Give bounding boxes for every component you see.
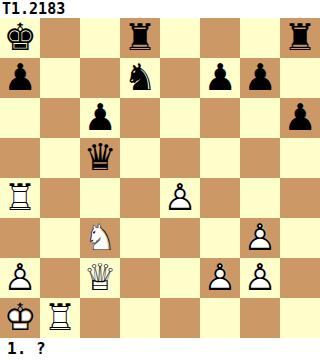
white-pawn-glyph-outline: ♙ <box>160 178 200 218</box>
square-b5[interactable] <box>40 138 80 178</box>
piece-white-pawn[interactable]: ♟♙ <box>160 178 200 218</box>
square-g2[interactable]: ♟♙ <box>240 258 280 298</box>
piece-white-knight[interactable]: ♞♘ <box>80 218 120 258</box>
square-b8[interactable] <box>40 18 80 58</box>
square-f7[interactable]: ♟ <box>200 58 240 98</box>
square-g3[interactable]: ♟♙ <box>240 218 280 258</box>
square-b1[interactable]: ♜♖ <box>40 298 80 338</box>
white-pawn-glyph-outline: ♙ <box>240 218 280 258</box>
black-king-glyph: ♚ <box>0 18 40 58</box>
square-g6[interactable] <box>240 98 280 138</box>
square-e7[interactable] <box>160 58 200 98</box>
square-b3[interactable] <box>40 218 80 258</box>
piece-black-king[interactable]: ♚ <box>0 18 40 58</box>
white-pawn-glyph-outline: ♙ <box>240 258 280 298</box>
black-pawn-glyph: ♟ <box>240 58 280 98</box>
square-h6[interactable]: ♟ <box>280 98 320 138</box>
piece-black-rook[interactable]: ♜ <box>120 18 160 58</box>
white-knight-glyph-outline: ♘ <box>80 218 120 258</box>
square-d6[interactable] <box>120 98 160 138</box>
move-prompt: 1. ? <box>0 338 320 360</box>
piece-black-pawn[interactable]: ♟ <box>240 58 280 98</box>
square-a4[interactable]: ♜♖ <box>0 178 40 218</box>
square-d7[interactable]: ♞ <box>120 58 160 98</box>
white-queen-glyph-outline: ♕ <box>80 258 120 298</box>
square-h3[interactable] <box>280 218 320 258</box>
square-d2[interactable] <box>120 258 160 298</box>
white-rook-glyph-outline: ♖ <box>40 298 80 338</box>
square-e8[interactable] <box>160 18 200 58</box>
square-a3[interactable] <box>0 218 40 258</box>
square-f5[interactable] <box>200 138 240 178</box>
square-a7[interactable]: ♟ <box>0 58 40 98</box>
white-pawn-glyph-outline: ♙ <box>200 258 240 298</box>
piece-black-queen[interactable]: ♛ <box>80 138 120 178</box>
square-h8[interactable]: ♜ <box>280 18 320 58</box>
square-c8[interactable] <box>80 18 120 58</box>
square-g1[interactable] <box>240 298 280 338</box>
square-a6[interactable] <box>0 98 40 138</box>
black-queen-glyph: ♛ <box>80 138 120 178</box>
square-c1[interactable] <box>80 298 120 338</box>
black-pawn-glyph: ♟ <box>80 98 120 138</box>
piece-black-pawn[interactable]: ♟ <box>280 98 320 138</box>
white-rook-glyph-outline: ♖ <box>0 178 40 218</box>
black-knight-glyph: ♞ <box>120 58 160 98</box>
piece-white-queen[interactable]: ♛♕ <box>80 258 120 298</box>
square-h4[interactable] <box>280 178 320 218</box>
square-h7[interactable] <box>280 58 320 98</box>
chess-diagram: T1.2183 ♚♜♜♟♞♟♟♟♟♛♜♖♟♙♞♘♟♙♟♙♛♕♟♙♟♙♚♔♜♖ 1… <box>0 0 320 360</box>
square-f2[interactable]: ♟♙ <box>200 258 240 298</box>
black-rook-glyph: ♜ <box>280 18 320 58</box>
square-g5[interactable] <box>240 138 280 178</box>
square-e4[interactable]: ♟♙ <box>160 178 200 218</box>
square-a5[interactable] <box>0 138 40 178</box>
square-c6[interactable]: ♟ <box>80 98 120 138</box>
piece-white-pawn[interactable]: ♟♙ <box>200 258 240 298</box>
square-g7[interactable]: ♟ <box>240 58 280 98</box>
piece-black-rook[interactable]: ♜ <box>280 18 320 58</box>
square-c4[interactable] <box>80 178 120 218</box>
square-h5[interactable] <box>280 138 320 178</box>
white-king-glyph-outline: ♔ <box>0 298 40 338</box>
square-e3[interactable] <box>160 218 200 258</box>
square-g4[interactable] <box>240 178 280 218</box>
black-pawn-glyph: ♟ <box>280 98 320 138</box>
square-f8[interactable] <box>200 18 240 58</box>
square-g8[interactable] <box>240 18 280 58</box>
piece-white-pawn[interactable]: ♟♙ <box>240 258 280 298</box>
square-d4[interactable] <box>120 178 160 218</box>
square-a2[interactable]: ♟♙ <box>0 258 40 298</box>
piece-black-pawn[interactable]: ♟ <box>200 58 240 98</box>
black-rook-glyph: ♜ <box>120 18 160 58</box>
square-e2[interactable] <box>160 258 200 298</box>
square-d8[interactable]: ♜ <box>120 18 160 58</box>
square-d3[interactable] <box>120 218 160 258</box>
square-c3[interactable]: ♞♘ <box>80 218 120 258</box>
board: ♚♜♜♟♞♟♟♟♟♛♜♖♟♙♞♘♟♙♟♙♛♕♟♙♟♙♚♔♜♖ <box>0 18 320 338</box>
square-e5[interactable] <box>160 138 200 178</box>
square-a1[interactable]: ♚♔ <box>0 298 40 338</box>
square-b2[interactable] <box>40 258 80 298</box>
square-f6[interactable] <box>200 98 240 138</box>
square-h1[interactable] <box>280 298 320 338</box>
piece-white-pawn[interactable]: ♟♙ <box>0 258 40 298</box>
black-pawn-glyph: ♟ <box>0 58 40 98</box>
piece-black-pawn[interactable]: ♟ <box>0 58 40 98</box>
square-a8[interactable]: ♚ <box>0 18 40 58</box>
piece-white-pawn[interactable]: ♟♙ <box>240 218 280 258</box>
piece-white-rook[interactable]: ♜♖ <box>40 298 80 338</box>
piece-black-pawn[interactable]: ♟ <box>80 98 120 138</box>
square-f4[interactable] <box>200 178 240 218</box>
square-d5[interactable] <box>120 138 160 178</box>
square-c2[interactable]: ♛♕ <box>80 258 120 298</box>
white-pawn-glyph-outline: ♙ <box>0 258 40 298</box>
black-pawn-glyph: ♟ <box>200 58 240 98</box>
piece-white-king[interactable]: ♚♔ <box>0 298 40 338</box>
square-d1[interactable] <box>120 298 160 338</box>
piece-white-rook[interactable]: ♜♖ <box>0 178 40 218</box>
square-f1[interactable] <box>200 298 240 338</box>
square-b6[interactable] <box>40 98 80 138</box>
square-f3[interactable] <box>200 218 240 258</box>
square-e6[interactable] <box>160 98 200 138</box>
diagram-title: T1.2183 <box>0 0 320 18</box>
square-b4[interactable] <box>40 178 80 218</box>
square-e1[interactable] <box>160 298 200 338</box>
square-c5[interactable]: ♛ <box>80 138 120 178</box>
square-c7[interactable] <box>80 58 120 98</box>
piece-black-knight[interactable]: ♞ <box>120 58 160 98</box>
square-h2[interactable] <box>280 258 320 298</box>
square-b7[interactable] <box>40 58 80 98</box>
